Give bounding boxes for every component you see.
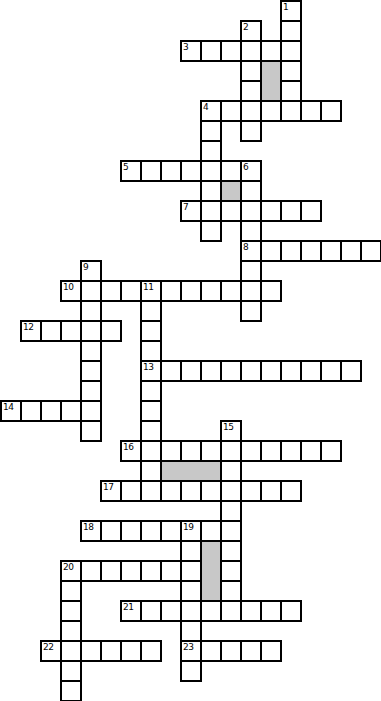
grid-cell[interactable] bbox=[140, 460, 162, 482]
grid-cell[interactable] bbox=[120, 480, 142, 502]
grid-cell[interactable] bbox=[140, 400, 162, 422]
grid-cell[interactable] bbox=[260, 40, 282, 62]
grid-cell[interactable] bbox=[180, 40, 202, 62]
grid-cell[interactable] bbox=[300, 360, 322, 382]
grid-cell[interactable] bbox=[220, 360, 242, 382]
revealed-cell-block bbox=[160, 460, 222, 482]
grid-cell[interactable] bbox=[300, 240, 322, 262]
grid-cell[interactable] bbox=[200, 440, 222, 462]
grid-cell[interactable] bbox=[280, 200, 302, 222]
grid-cell[interactable] bbox=[160, 360, 182, 382]
grid-cell[interactable] bbox=[240, 640, 262, 662]
grid-cell[interactable] bbox=[140, 340, 162, 362]
grid-cell[interactable] bbox=[140, 300, 162, 322]
grid-cell[interactable] bbox=[240, 120, 262, 142]
grid-cell[interactable] bbox=[140, 360, 162, 382]
grid-cell[interactable] bbox=[100, 480, 122, 502]
grid-cell[interactable] bbox=[260, 440, 282, 462]
grid-cell[interactable] bbox=[140, 280, 162, 302]
revealed-cell-block bbox=[260, 60, 282, 102]
grid-cell[interactable] bbox=[280, 600, 302, 622]
grid-cell[interactable] bbox=[240, 220, 262, 242]
grid-cell[interactable] bbox=[220, 640, 242, 662]
grid-cell[interactable] bbox=[200, 160, 222, 182]
grid-cell[interactable] bbox=[240, 360, 262, 382]
grid-cell[interactable] bbox=[240, 440, 262, 462]
revealed-cell-block bbox=[220, 180, 242, 202]
grid-cell[interactable] bbox=[280, 100, 302, 122]
grid-cell[interactable] bbox=[320, 100, 342, 122]
grid-cell[interactable] bbox=[320, 440, 342, 462]
grid-cell[interactable] bbox=[120, 160, 142, 182]
grid-cell[interactable] bbox=[180, 280, 202, 302]
grid-cell[interactable] bbox=[220, 160, 242, 182]
grid-cell[interactable] bbox=[220, 520, 242, 542]
grid-cell[interactable] bbox=[60, 680, 82, 701]
grid-cell[interactable] bbox=[260, 480, 282, 502]
grid-cell[interactable] bbox=[260, 100, 282, 122]
grid-cell[interactable] bbox=[260, 640, 282, 662]
grid-cell[interactable] bbox=[140, 560, 162, 582]
grid-cell[interactable] bbox=[220, 460, 242, 482]
grid-cell[interactable] bbox=[80, 280, 102, 302]
grid-cell[interactable] bbox=[280, 60, 302, 82]
grid-cell[interactable] bbox=[220, 440, 242, 462]
grid-cell[interactable] bbox=[80, 360, 102, 382]
grid-cell[interactable] bbox=[180, 440, 202, 462]
revealed-cell-block bbox=[200, 540, 222, 602]
grid-cell[interactable] bbox=[260, 240, 282, 262]
grid-cell[interactable] bbox=[160, 480, 182, 502]
grid-cell[interactable] bbox=[200, 480, 222, 502]
grid-cell[interactable] bbox=[280, 0, 302, 22]
grid-cell[interactable] bbox=[260, 600, 282, 622]
grid-cell[interactable] bbox=[280, 20, 302, 42]
grid-cell[interactable] bbox=[60, 640, 82, 662]
grid-cell[interactable] bbox=[240, 600, 262, 622]
grid-cell[interactable] bbox=[280, 480, 302, 502]
grid-cell[interactable] bbox=[180, 620, 202, 642]
grid-cell[interactable] bbox=[240, 20, 262, 42]
grid-cell[interactable] bbox=[140, 520, 162, 542]
grid-cell[interactable] bbox=[120, 520, 142, 542]
grid-cell[interactable] bbox=[160, 600, 182, 622]
grid-cell[interactable] bbox=[200, 220, 222, 242]
grid-cell[interactable] bbox=[60, 660, 82, 682]
grid-cell[interactable] bbox=[240, 180, 262, 202]
grid-cell[interactable] bbox=[180, 200, 202, 222]
grid-cell[interactable] bbox=[100, 280, 122, 302]
grid-cell[interactable] bbox=[60, 320, 82, 342]
grid-cell[interactable] bbox=[80, 520, 102, 542]
grid-cell[interactable] bbox=[160, 560, 182, 582]
grid-cell[interactable] bbox=[200, 120, 222, 142]
grid-cell[interactable] bbox=[220, 420, 242, 442]
grid-cell[interactable] bbox=[220, 500, 242, 522]
grid-cell[interactable] bbox=[120, 440, 142, 462]
grid-cell[interactable] bbox=[180, 640, 202, 662]
grid-cell[interactable] bbox=[80, 640, 102, 662]
grid-cell[interactable] bbox=[140, 640, 162, 662]
grid-cell[interactable] bbox=[340, 240, 362, 262]
grid-cell[interactable] bbox=[240, 480, 262, 502]
grid-cell[interactable] bbox=[140, 420, 162, 442]
grid-cell[interactable] bbox=[180, 360, 202, 382]
grid-cell[interactable] bbox=[200, 520, 222, 542]
grid-cell[interactable] bbox=[80, 300, 102, 322]
grid-cell[interactable] bbox=[160, 520, 182, 542]
grid-cell[interactable] bbox=[120, 280, 142, 302]
grid-cell[interactable] bbox=[140, 320, 162, 342]
crossword-board: 1234567891011121314151617181920212223 bbox=[0, 0, 381, 701]
grid-cell[interactable] bbox=[280, 40, 302, 62]
grid-cell[interactable] bbox=[280, 240, 302, 262]
grid-cell[interactable] bbox=[320, 240, 342, 262]
grid-cell[interactable] bbox=[240, 240, 262, 262]
grid-cell[interactable] bbox=[200, 360, 222, 382]
grid-cell[interactable] bbox=[220, 480, 242, 502]
grid-cell[interactable] bbox=[280, 440, 302, 462]
grid-cell[interactable] bbox=[280, 360, 302, 382]
grid-cell[interactable] bbox=[220, 280, 242, 302]
grid-cell[interactable] bbox=[240, 100, 262, 122]
grid-cell[interactable] bbox=[300, 200, 322, 222]
grid-cell[interactable] bbox=[140, 160, 162, 182]
grid-cell[interactable] bbox=[120, 600, 142, 622]
grid-cell[interactable] bbox=[180, 660, 202, 682]
grid-cell[interactable] bbox=[80, 260, 102, 282]
grid-cell[interactable] bbox=[120, 640, 142, 662]
grid-cell[interactable] bbox=[60, 280, 82, 302]
grid-cell[interactable] bbox=[200, 180, 222, 202]
grid-cell[interactable] bbox=[220, 600, 242, 622]
grid-cell[interactable] bbox=[100, 520, 122, 542]
grid-cell[interactable] bbox=[40, 400, 62, 422]
grid-cell[interactable] bbox=[60, 580, 82, 602]
grid-cell[interactable] bbox=[80, 420, 102, 442]
grid-cell[interactable] bbox=[140, 480, 162, 502]
grid-cell[interactable] bbox=[160, 440, 182, 462]
grid-cell[interactable] bbox=[240, 80, 262, 102]
grid-cell[interactable] bbox=[60, 560, 82, 582]
grid-cell[interactable] bbox=[100, 320, 122, 342]
grid-cell[interactable] bbox=[60, 600, 82, 622]
grid-cell[interactable] bbox=[20, 400, 42, 422]
grid-cell[interactable] bbox=[200, 600, 222, 622]
grid-cell[interactable] bbox=[240, 200, 262, 222]
grid-cell[interactable] bbox=[180, 600, 202, 622]
grid-cell[interactable] bbox=[220, 100, 242, 122]
grid-cell[interactable] bbox=[220, 560, 242, 582]
grid-cell[interactable] bbox=[200, 640, 222, 662]
grid-cell[interactable] bbox=[200, 280, 222, 302]
grid-cell[interactable] bbox=[280, 80, 302, 102]
grid-cell[interactable] bbox=[80, 320, 102, 342]
grid-cell[interactable] bbox=[320, 360, 342, 382]
grid-cell[interactable] bbox=[340, 360, 362, 382]
grid-cell[interactable] bbox=[260, 360, 282, 382]
grid-cell[interactable] bbox=[180, 540, 202, 562]
grid-cell[interactable] bbox=[180, 480, 202, 502]
grid-cell[interactable] bbox=[60, 620, 82, 642]
grid-cell[interactable] bbox=[260, 200, 282, 222]
grid-cell[interactable] bbox=[80, 400, 102, 422]
grid-cell[interactable] bbox=[180, 580, 202, 602]
grid-cell[interactable] bbox=[40, 320, 62, 342]
grid-cell[interactable] bbox=[200, 140, 222, 162]
grid-cell[interactable] bbox=[140, 600, 162, 622]
grid-cell[interactable] bbox=[40, 640, 62, 662]
grid-cell[interactable] bbox=[240, 40, 262, 62]
grid-cell[interactable] bbox=[60, 400, 82, 422]
grid-cell[interactable] bbox=[240, 260, 262, 282]
grid-cell[interactable] bbox=[80, 380, 102, 402]
grid-cell[interactable] bbox=[240, 300, 262, 322]
grid-cell[interactable] bbox=[180, 160, 202, 182]
grid-cell[interactable] bbox=[220, 200, 242, 222]
grid-cell[interactable] bbox=[220, 580, 242, 602]
grid-cell[interactable] bbox=[140, 380, 162, 402]
grid-cell[interactable] bbox=[300, 440, 322, 462]
grid-cell[interactable] bbox=[100, 560, 122, 582]
grid-cell[interactable] bbox=[140, 440, 162, 462]
grid-cell[interactable] bbox=[160, 160, 182, 182]
grid-cell[interactable] bbox=[360, 240, 381, 262]
grid-cell[interactable] bbox=[180, 560, 202, 582]
grid-cell[interactable] bbox=[120, 560, 142, 582]
grid-cell[interactable] bbox=[300, 100, 322, 122]
grid-cell[interactable] bbox=[200, 40, 222, 62]
grid-cell[interactable] bbox=[200, 100, 222, 122]
grid-cell[interactable] bbox=[80, 560, 102, 582]
grid-cell[interactable] bbox=[220, 40, 242, 62]
grid-cell[interactable] bbox=[200, 200, 222, 222]
grid-cell[interactable] bbox=[240, 280, 262, 302]
grid-cell[interactable] bbox=[80, 340, 102, 362]
grid-cell[interactable] bbox=[180, 520, 202, 542]
grid-cell[interactable] bbox=[160, 280, 182, 302]
grid-cell[interactable] bbox=[0, 400, 22, 422]
grid-cell[interactable] bbox=[240, 160, 262, 182]
grid-cell[interactable] bbox=[100, 640, 122, 662]
grid-cell[interactable] bbox=[260, 280, 282, 302]
grid-cell[interactable] bbox=[240, 60, 262, 82]
grid-cell[interactable] bbox=[20, 320, 42, 342]
grid-cell[interactable] bbox=[220, 540, 242, 562]
